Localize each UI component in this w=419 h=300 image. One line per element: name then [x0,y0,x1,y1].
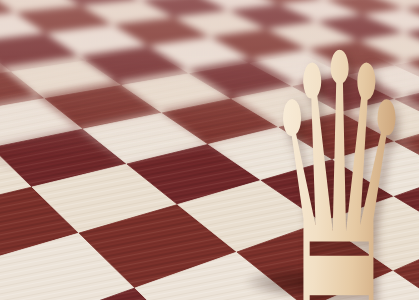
white-queen-glyph: ♛ [265,0,414,300]
chessboard-photo: ♛ [0,0,419,300]
white-queen-piece[interactable]: ♛ [265,7,340,300]
